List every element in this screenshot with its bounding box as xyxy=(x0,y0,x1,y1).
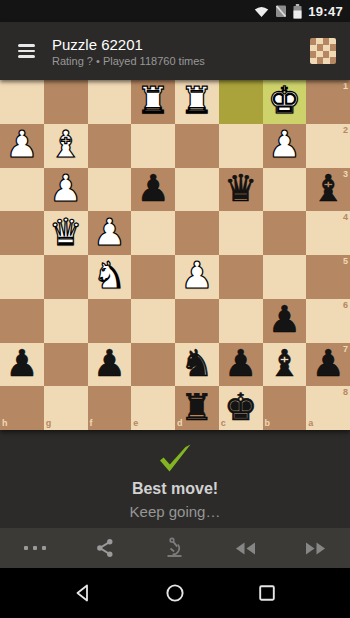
rank-label-7: 7 xyxy=(343,345,348,354)
puzzle-stats: Rating ? • Played 118760 times xyxy=(52,55,205,67)
square-d8[interactable]: ♜d xyxy=(175,386,219,430)
square-c5[interactable] xyxy=(219,255,263,299)
piece-white-king[interactable]: ♚ xyxy=(268,79,301,125)
square-d1[interactable]: ♜ xyxy=(175,80,219,124)
analysis-button[interactable] xyxy=(140,528,210,568)
piece-black-queen[interactable]: ♛ xyxy=(224,167,257,213)
more-options-button[interactable] xyxy=(0,528,70,568)
piece-white-pawn[interactable]: ♟ xyxy=(5,123,38,169)
chess-board: ♜♜♚1♟♝♟2♟♟♛♝3♛♟4♞♟5♟6♟♟♞♟♝♟7hgfe♜d♚cba8 xyxy=(0,80,350,430)
square-c1[interactable] xyxy=(219,80,263,124)
square-h6[interactable] xyxy=(0,299,44,343)
home-button[interactable] xyxy=(153,571,197,615)
mini-board-icon[interactable] xyxy=(310,38,336,64)
square-g1[interactable] xyxy=(44,80,88,124)
square-d6[interactable] xyxy=(175,299,219,343)
square-a8[interactable]: a8 xyxy=(306,386,350,430)
piece-white-pawn[interactable]: ♟ xyxy=(93,210,126,256)
wifi-icon xyxy=(254,5,269,18)
square-f7[interactable]: ♟ xyxy=(88,343,132,387)
piece-white-pawn[interactable]: ♟ xyxy=(180,254,213,300)
square-c7[interactable]: ♟ xyxy=(219,343,263,387)
home-icon xyxy=(165,583,185,603)
checkmark-icon xyxy=(155,441,195,475)
square-d4[interactable] xyxy=(175,211,219,255)
square-a1[interactable]: 1 xyxy=(306,80,350,124)
back-icon xyxy=(73,583,93,603)
piece-white-queen[interactable]: ♛ xyxy=(49,210,82,256)
rank-label-8: 8 xyxy=(343,388,348,397)
piece-black-bishop[interactable]: ♝ xyxy=(268,342,301,388)
square-f3[interactable] xyxy=(88,168,132,212)
file-label-g: g xyxy=(46,419,52,428)
piece-black-pawn[interactable]: ♟ xyxy=(224,342,257,388)
piece-white-rook[interactable]: ♜ xyxy=(137,79,170,125)
square-c8[interactable]: ♚c xyxy=(219,386,263,430)
square-h2[interactable]: ♟ xyxy=(0,124,44,168)
file-label-a: a xyxy=(308,419,313,428)
square-b8[interactable]: b xyxy=(263,386,307,430)
square-b1[interactable]: ♚ xyxy=(263,80,307,124)
rank-label-2: 2 xyxy=(343,126,348,135)
piece-black-bishop[interactable]: ♝ xyxy=(312,167,345,213)
file-label-d: d xyxy=(177,419,183,428)
square-g3[interactable]: ♟ xyxy=(44,168,88,212)
menu-icon[interactable] xyxy=(0,22,52,80)
square-h7[interactable]: ♟ xyxy=(0,343,44,387)
battery-icon xyxy=(293,4,302,19)
square-a7[interactable]: ♟7 xyxy=(306,343,350,387)
square-d5[interactable]: ♟ xyxy=(175,255,219,299)
square-b5[interactable] xyxy=(263,255,307,299)
piece-white-knight[interactable]: ♞ xyxy=(93,254,126,300)
piece-black-pawn[interactable]: ♟ xyxy=(312,342,345,388)
app-header: Puzzle 62201 Rating ? • Played 118760 ti… xyxy=(0,22,350,80)
puzzle-toolbar xyxy=(0,528,350,568)
square-h3[interactable] xyxy=(0,168,44,212)
rank-label-1: 1 xyxy=(343,82,348,91)
square-e8[interactable]: e xyxy=(131,386,175,430)
fast-forward-button[interactable] xyxy=(280,528,350,568)
square-e5[interactable] xyxy=(131,255,175,299)
square-c6[interactable] xyxy=(219,299,263,343)
feedback-subtitle: Keep going… xyxy=(130,503,221,520)
analysis-microscope-icon xyxy=(164,537,186,559)
square-f6[interactable] xyxy=(88,299,132,343)
rank-label-4: 4 xyxy=(343,213,348,222)
square-g2[interactable]: ♝ xyxy=(44,124,88,168)
piece-black-pawn[interactable]: ♟ xyxy=(268,298,301,344)
square-a5[interactable]: 5 xyxy=(306,255,350,299)
square-e7[interactable] xyxy=(131,343,175,387)
square-f2[interactable] xyxy=(88,124,132,168)
file-label-e: e xyxy=(133,419,138,428)
piece-white-pawn[interactable]: ♟ xyxy=(49,167,82,213)
rank-label-5: 5 xyxy=(343,257,348,266)
square-c4[interactable] xyxy=(219,211,263,255)
square-e6[interactable] xyxy=(131,299,175,343)
piece-white-bishop[interactable]: ♝ xyxy=(49,123,82,169)
piece-black-pawn[interactable]: ♟ xyxy=(5,342,38,388)
feedback-panel: Best move! Keep going… xyxy=(0,430,350,528)
square-f1[interactable] xyxy=(88,80,132,124)
square-g7[interactable] xyxy=(44,343,88,387)
square-h1[interactable] xyxy=(0,80,44,124)
piece-white-rook[interactable]: ♜ xyxy=(180,79,213,125)
share-icon xyxy=(95,538,115,558)
checkmark-path xyxy=(160,444,191,471)
square-f8[interactable]: f xyxy=(88,386,132,430)
square-f5[interactable]: ♞ xyxy=(88,255,132,299)
square-d3[interactable] xyxy=(175,168,219,212)
square-g8[interactable]: g xyxy=(44,386,88,430)
share-button[interactable] xyxy=(70,528,140,568)
fast-forward-icon xyxy=(304,541,327,556)
square-b2[interactable]: ♟ xyxy=(263,124,307,168)
square-a4[interactable]: 4 xyxy=(306,211,350,255)
square-e2[interactable] xyxy=(131,124,175,168)
square-b4[interactable] xyxy=(263,211,307,255)
no-sim-icon xyxy=(275,4,287,18)
square-e4[interactable] xyxy=(131,211,175,255)
rank-label-6: 6 xyxy=(343,301,348,310)
status-bar: 19:47 xyxy=(0,0,350,22)
square-a3[interactable]: ♝3 xyxy=(306,168,350,212)
square-b7[interactable]: ♝ xyxy=(263,343,307,387)
square-g6[interactable] xyxy=(44,299,88,343)
piece-black-rook[interactable]: ♜ xyxy=(180,385,213,431)
square-e1[interactable]: ♜ xyxy=(131,80,175,124)
android-nav-bar xyxy=(0,568,350,618)
piece-black-pawn[interactable]: ♟ xyxy=(137,167,170,213)
file-label-f: f xyxy=(90,419,93,428)
back-button[interactable] xyxy=(61,571,105,615)
square-e3[interactable]: ♟ xyxy=(131,168,175,212)
feedback-title: Best move! xyxy=(132,480,218,498)
square-c3[interactable]: ♛ xyxy=(219,168,263,212)
file-label-b: b xyxy=(265,419,271,428)
square-d7[interactable]: ♞ xyxy=(175,343,219,387)
piece-black-pawn[interactable]: ♟ xyxy=(93,342,126,388)
square-h5[interactable] xyxy=(0,255,44,299)
square-f4[interactable]: ♟ xyxy=(88,211,132,255)
piece-black-knight[interactable]: ♞ xyxy=(180,342,213,388)
recent-apps-icon xyxy=(257,583,277,603)
square-c2[interactable] xyxy=(219,124,263,168)
piece-black-king[interactable]: ♚ xyxy=(224,385,257,431)
square-h4[interactable] xyxy=(0,211,44,255)
phone-screen: 19:47 Puzzle 62201 Rating ? • Played 118… xyxy=(0,0,350,618)
square-b6[interactable]: ♟ xyxy=(263,299,307,343)
square-g4[interactable]: ♛ xyxy=(44,211,88,255)
square-h8[interactable]: h xyxy=(0,386,44,430)
piece-white-pawn[interactable]: ♟ xyxy=(268,123,301,169)
rewind-icon xyxy=(234,541,257,556)
clock: 19:47 xyxy=(308,4,343,19)
file-label-h: h xyxy=(2,419,8,428)
page-title: Puzzle 62201 xyxy=(52,36,205,53)
square-a2[interactable]: 2 xyxy=(306,124,350,168)
file-label-c: c xyxy=(221,419,226,428)
more-options-icon xyxy=(24,544,46,552)
rewind-button[interactable] xyxy=(210,528,280,568)
square-b3[interactable] xyxy=(263,168,307,212)
recent-apps-button[interactable] xyxy=(245,571,289,615)
header-text: Puzzle 62201 Rating ? • Played 118760 ti… xyxy=(52,36,205,67)
rank-label-3: 3 xyxy=(343,170,348,179)
square-g5[interactable] xyxy=(44,255,88,299)
square-d2[interactable] xyxy=(175,124,219,168)
square-a6[interactable]: 6 xyxy=(306,299,350,343)
